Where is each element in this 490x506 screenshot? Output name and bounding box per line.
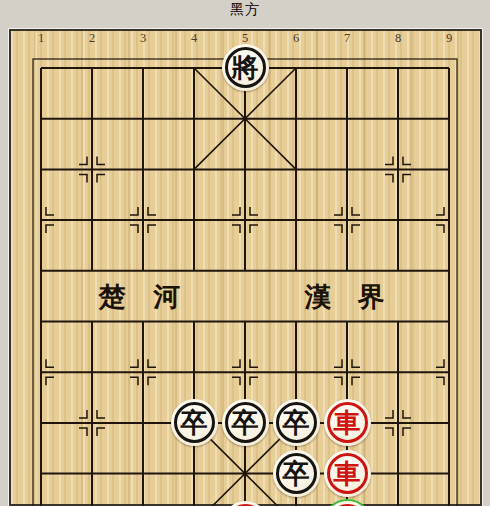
piece-glyph: 卒 <box>276 402 317 443</box>
piece-layer: 將卒卒卒車卒車 <box>16 43 475 506</box>
piece-卒-black-f4r7[interactable]: 卒 <box>171 399 218 446</box>
piece-卒-black-f6r8[interactable]: 卒 <box>273 450 320 497</box>
black-side-label: 黑方 <box>230 1 260 19</box>
piece-glyph: 卒 <box>174 402 215 443</box>
piece-車-red-f7r8[interactable]: 車 <box>324 450 371 497</box>
piece-glyph: 將 <box>225 47 266 88</box>
piece-車-red-f7r7[interactable]: 車 <box>324 399 371 446</box>
board-inner: 123456789 楚河漢界 將卒卒卒車卒車 <box>9 29 482 506</box>
piece-unknown-red-f5r9[interactable] <box>222 501 269 506</box>
piece-glyph: 車 <box>327 402 368 443</box>
piece-卒-black-f5r7[interactable]: 卒 <box>222 399 269 446</box>
piece-glyph: 卒 <box>276 453 317 494</box>
piece-unknown-red-f7r9[interactable] <box>324 501 371 506</box>
piece-glyph: 車 <box>327 453 368 494</box>
piece-卒-black-f6r7[interactable]: 卒 <box>273 399 320 446</box>
piece-glyph: 卒 <box>225 402 266 443</box>
xiangqi-board[interactable]: 123456789 楚河漢界 將卒卒卒車卒車 <box>9 29 482 506</box>
piece-將-black-f5r0[interactable]: 將 <box>222 44 269 91</box>
top-strip: 黑方 <box>0 0 490 29</box>
